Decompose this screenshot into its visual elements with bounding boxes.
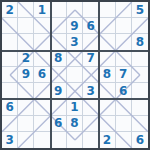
given-digit: 3 [70,36,78,48]
cell-r3c8[interactable] [116,34,132,50]
cell-r6c4[interactable]: 9 [51,83,67,99]
cell-r6c8[interactable]: 6 [116,83,132,99]
cell-r8c6[interactable] [83,116,99,132]
cell-r7c1[interactable]: 6 [2,99,18,115]
cell-r9c5[interactable] [67,132,83,148]
cell-r9c7[interactable]: 2 [99,132,115,148]
cell-r7c6[interactable] [83,99,99,115]
sudoku-board: 215963828796879366168326 [0,0,150,150]
cell-r3c7[interactable] [99,34,115,50]
given-digit: 2 [5,4,13,16]
cell-r9c2[interactable] [18,132,34,148]
cell-r4c2[interactable]: 2 [18,51,34,67]
cell-r8c2[interactable] [18,116,34,132]
given-digit: 6 [38,68,46,80]
cell-r9c9[interactable]: 6 [132,132,148,148]
cell-r4c4[interactable]: 8 [51,51,67,67]
cell-r6c9[interactable] [132,83,148,99]
cell-r8c1[interactable] [2,116,18,132]
given-digit: 9 [54,85,62,97]
cell-r6c1[interactable] [2,83,18,99]
cell-r3c5[interactable]: 3 [67,34,83,50]
cell-r1c1[interactable]: 2 [2,2,18,18]
cell-r1c3[interactable]: 1 [34,2,50,18]
cell-r4c9[interactable] [132,51,148,67]
cell-r5c5[interactable] [67,67,83,83]
cell-r3c4[interactable] [51,34,67,50]
cell-r1c5[interactable] [67,2,83,18]
cell-r7c5[interactable]: 1 [67,99,83,115]
cell-r2c1[interactable] [2,18,18,34]
cell-r1c9[interactable]: 5 [132,2,148,18]
cell-r7c4[interactable] [51,99,67,115]
cell-r8c3[interactable] [34,116,50,132]
cell-r1c4[interactable] [51,2,67,18]
cell-r5c9[interactable] [132,67,148,83]
cell-r4c1[interactable] [2,51,18,67]
cell-r2c2[interactable] [18,18,34,34]
cell-r5c4[interactable] [51,67,67,83]
cell-r6c2[interactable] [18,83,34,99]
given-digit: 8 [54,52,62,64]
cell-r8c4[interactable]: 6 [51,116,67,132]
cell-r6c6[interactable]: 3 [83,83,99,99]
cell-r4c3[interactable] [34,51,50,67]
cell-r8c7[interactable] [99,116,115,132]
cell-r5c8[interactable]: 7 [116,67,132,83]
cell-r1c7[interactable] [99,2,115,18]
cell-r6c7[interactable] [99,83,115,99]
cell-r7c3[interactable] [34,99,50,115]
cell-r3c2[interactable] [18,34,34,50]
cell-r2c3[interactable] [34,18,50,34]
cell-r4c7[interactable] [99,51,115,67]
cell-r8c5[interactable]: 8 [67,116,83,132]
given-digit: 1 [70,101,78,113]
given-digit: 3 [5,134,13,146]
given-digit: 8 [103,68,111,80]
cell-r9c8[interactable] [116,132,132,148]
cell-r7c8[interactable] [116,99,132,115]
given-digit: 3 [87,85,95,97]
given-digit: 6 [87,20,95,32]
cell-r5c1[interactable] [2,67,18,83]
cell-r8c9[interactable] [132,116,148,132]
given-digit: 6 [5,101,13,113]
cell-r3c1[interactable] [2,34,18,50]
given-digit: 9 [70,20,78,32]
cell-r9c6[interactable] [83,132,99,148]
cell-r1c2[interactable] [18,2,34,18]
cell-r5c2[interactable]: 9 [18,67,34,83]
cell-r2c9[interactable] [132,18,148,34]
cell-r9c1[interactable]: 3 [2,132,18,148]
cell-r2c7[interactable] [99,18,115,34]
given-digit: 7 [87,52,95,64]
given-digit: 7 [119,68,127,80]
given-digit: 8 [136,36,144,48]
given-digit: 2 [22,52,30,64]
cell-r3c9[interactable]: 8 [132,34,148,50]
cell-r1c8[interactable] [116,2,132,18]
cell-r5c7[interactable]: 8 [99,67,115,83]
cell-r1c6[interactable] [83,2,99,18]
given-digit: 6 [119,85,127,97]
cell-r9c4[interactable] [51,132,67,148]
given-digit: 6 [54,117,62,129]
cell-r7c9[interactable] [132,99,148,115]
given-digit: 2 [103,134,111,146]
given-digit: 1 [38,4,46,16]
cell-r6c3[interactable] [34,83,50,99]
cell-r2c4[interactable] [51,18,67,34]
cell-r9c3[interactable] [34,132,50,148]
cell-r2c5[interactable]: 9 [67,18,83,34]
cell-r7c2[interactable] [18,99,34,115]
given-digit: 5 [136,4,144,16]
cell-r4c5[interactable] [67,51,83,67]
cell-r6c5[interactable] [67,83,83,99]
cell-r4c8[interactable] [116,51,132,67]
given-digit: 9 [22,68,30,80]
cell-r8c8[interactable] [116,116,132,132]
cell-r3c6[interactable] [83,34,99,50]
given-digit: 6 [136,134,144,146]
cell-r3c3[interactable] [34,34,50,50]
cell-r7c7[interactable] [99,99,115,115]
cell-r2c8[interactable] [116,18,132,34]
cell-r5c6[interactable] [83,67,99,83]
given-digit: 8 [70,117,78,129]
cell-r4c6[interactable]: 7 [83,51,99,67]
cell-r2c6[interactable]: 6 [83,18,99,34]
cell-r5c3[interactable]: 6 [34,67,50,83]
